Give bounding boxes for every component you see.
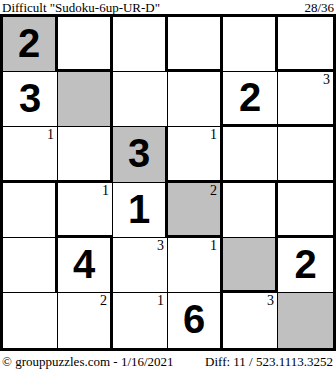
cell-r4c1[interactable]: 4 [58, 238, 113, 293]
pencil-mark: 1 [210, 238, 217, 253]
given-digit: 4 [73, 244, 95, 284]
pencil-mark: 1 [47, 127, 54, 142]
cell-r1c1[interactable] [58, 72, 113, 127]
cell-r1c4[interactable]: 2 [223, 72, 278, 127]
cell-r5c5[interactable] [278, 293, 333, 348]
cell-r3c5[interactable] [278, 183, 333, 238]
cell-r5c4[interactable]: 3 [223, 293, 278, 348]
given-digit: 6 [183, 299, 205, 339]
cell-r4c2[interactable]: 3 [113, 238, 168, 293]
cell-r4c0[interactable] [3, 238, 58, 293]
puzzle-page: Difficult "Sudoku-6up-UR-D" 28/36 232313… [0, 0, 336, 370]
pencil-mark: 1 [157, 293, 164, 308]
cell-r2c3[interactable]: 1 [168, 127, 223, 182]
cell-r4c5[interactable]: 2 [278, 238, 333, 293]
cell-r3c4[interactable] [223, 183, 278, 238]
cell-r2c0[interactable]: 1 [3, 127, 58, 182]
pencil-mark: 3 [267, 293, 274, 308]
given-digit: 2 [294, 244, 316, 284]
cell-r2c4[interactable] [223, 127, 278, 182]
pencil-mark: 2 [100, 293, 107, 308]
given-digit: 3 [128, 133, 150, 173]
cell-r3c0[interactable] [3, 183, 58, 238]
cell-r0c5[interactable] [278, 17, 333, 72]
pencil-mark: 3 [157, 238, 164, 253]
pencil-mark: 1 [102, 183, 109, 198]
pencil-mark: 1 [210, 127, 217, 142]
cell-r1c0[interactable]: 3 [3, 72, 58, 127]
cell-r0c4[interactable] [223, 17, 278, 72]
cell-r5c1[interactable]: 2 [58, 293, 113, 348]
cell-r2c5[interactable] [278, 127, 333, 182]
sudoku-board: 232313111243122163 [0, 14, 336, 351]
given-digit: 2 [18, 23, 40, 63]
cell-r3c3[interactable]: 2 [168, 183, 223, 238]
cell-r1c2[interactable] [113, 72, 168, 127]
cell-r0c0[interactable]: 2 [3, 17, 58, 72]
cell-r1c5[interactable]: 3 [278, 72, 333, 127]
given-digit: 3 [19, 78, 41, 118]
given-digit: 2 [239, 77, 261, 117]
given-digit: 1 [128, 189, 150, 229]
cell-r0c3[interactable] [168, 17, 223, 72]
cell-r2c2[interactable]: 3 [113, 127, 168, 182]
cell-r4c4[interactable] [223, 238, 278, 293]
cell-r1c3[interactable] [168, 72, 223, 127]
cell-r5c2[interactable]: 1 [113, 293, 168, 348]
footer: © grouppuzzles.com - 1/16/2021 Diff: 11 … [0, 351, 336, 370]
cell-r5c0[interactable] [3, 293, 58, 348]
page-title: Difficult "Sudoku-6up-UR-D" [2, 1, 160, 14]
pencil-mark: 2 [210, 183, 217, 198]
pencil-mark: 3 [323, 72, 330, 87]
copyright-text: © grouppuzzles.com - 1/16/2021 [2, 355, 174, 368]
cell-r2c1[interactable] [58, 127, 113, 182]
header: Difficult "Sudoku-6up-UR-D" 28/36 [0, 0, 336, 14]
cell-r0c2[interactable] [113, 17, 168, 72]
cell-r5c3[interactable]: 6 [168, 293, 223, 348]
cell-r0c1[interactable] [58, 17, 113, 72]
difficulty-text: Diff: 11 / 523.1113.3252 [205, 355, 333, 368]
cell-r4c3[interactable]: 1 [168, 238, 223, 293]
cell-r3c2[interactable]: 1 [113, 183, 168, 238]
progress-counter: 28/36 [304, 1, 334, 14]
cell-r3c1[interactable]: 1 [58, 183, 113, 238]
